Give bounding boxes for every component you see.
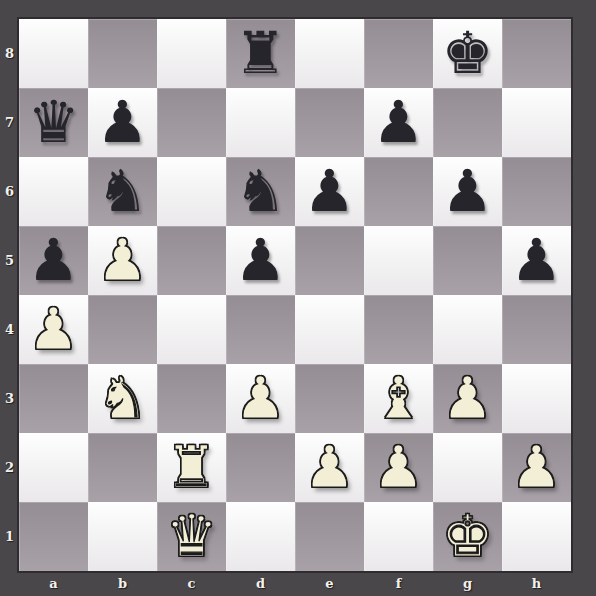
piece-white-pawn: ♟	[295, 433, 364, 502]
square-g3[interactable]: ♟	[433, 364, 502, 433]
piece-white-pawn: ♟	[19, 295, 88, 364]
square-h2[interactable]: ♟	[502, 433, 571, 502]
square-h7[interactable]	[502, 88, 571, 157]
piece-black-pawn: ♟	[295, 157, 364, 226]
square-h4[interactable]	[502, 295, 571, 364]
piece-white-bishop: ♝	[364, 364, 433, 433]
square-g7[interactable]	[433, 88, 502, 157]
square-d4[interactable]	[226, 295, 295, 364]
square-e1[interactable]	[295, 502, 364, 571]
square-g8[interactable]: ♚	[433, 19, 502, 88]
square-h3[interactable]	[502, 364, 571, 433]
rank-label-2: 2	[0, 433, 19, 502]
square-e4[interactable]	[295, 295, 364, 364]
square-a1[interactable]	[19, 502, 88, 571]
square-c4[interactable]	[157, 295, 226, 364]
square-a2[interactable]	[19, 433, 88, 502]
piece-black-queen: ♛	[19, 88, 88, 157]
square-b8[interactable]	[88, 19, 157, 88]
piece-white-pawn: ♟	[433, 364, 502, 433]
square-b5[interactable]: ♟	[88, 226, 157, 295]
square-a4[interactable]: ♟	[19, 295, 88, 364]
square-h5[interactable]: ♟	[502, 226, 571, 295]
square-e7[interactable]	[295, 88, 364, 157]
square-b1[interactable]	[88, 502, 157, 571]
square-c1[interactable]: ♛	[157, 502, 226, 571]
square-c7[interactable]	[157, 88, 226, 157]
square-f5[interactable]	[364, 226, 433, 295]
rank-label-7: 7	[0, 88, 19, 157]
piece-white-pawn: ♟	[88, 226, 157, 295]
square-c2[interactable]: ♜	[157, 433, 226, 502]
square-g1[interactable]: ♚	[433, 502, 502, 571]
square-f1[interactable]	[364, 502, 433, 571]
square-b3[interactable]: ♞	[88, 364, 157, 433]
square-f3[interactable]: ♝	[364, 364, 433, 433]
piece-black-pawn: ♟	[433, 157, 502, 226]
rank-label-6: 6	[0, 157, 19, 226]
square-e5[interactable]	[295, 226, 364, 295]
file-label-g: g	[433, 571, 502, 596]
square-f8[interactable]	[364, 19, 433, 88]
square-c3[interactable]	[157, 364, 226, 433]
square-h8[interactable]	[502, 19, 571, 88]
piece-white-king: ♚	[433, 502, 502, 571]
piece-white-pawn: ♟	[502, 433, 571, 502]
square-a5[interactable]: ♟	[19, 226, 88, 295]
square-c8[interactable]	[157, 19, 226, 88]
piece-black-pawn: ♟	[88, 88, 157, 157]
square-c6[interactable]	[157, 157, 226, 226]
piece-white-pawn: ♟	[226, 364, 295, 433]
square-e2[interactable]: ♟	[295, 433, 364, 502]
rank-label-5: 5	[0, 226, 19, 295]
square-d2[interactable]	[226, 433, 295, 502]
square-h6[interactable]	[502, 157, 571, 226]
chess-board-frame: 87654321 ♜♚♛♟♟♞♞♟♟♟♟♟♟♟♞♟♝♟♜♟♟♟♛♚ abcdef…	[0, 0, 596, 596]
piece-black-knight: ♞	[226, 157, 295, 226]
file-label-a: a	[19, 571, 88, 596]
chess-board: ♜♚♛♟♟♞♞♟♟♟♟♟♟♟♞♟♝♟♜♟♟♟♛♚	[19, 19, 571, 571]
square-a8[interactable]	[19, 19, 88, 88]
square-f2[interactable]: ♟	[364, 433, 433, 502]
square-a6[interactable]	[19, 157, 88, 226]
piece-black-pawn: ♟	[226, 226, 295, 295]
file-label-h: h	[502, 571, 571, 596]
square-e8[interactable]	[295, 19, 364, 88]
square-g4[interactable]	[433, 295, 502, 364]
piece-white-knight: ♞	[88, 364, 157, 433]
file-label-d: d	[226, 571, 295, 596]
square-a7[interactable]: ♛	[19, 88, 88, 157]
square-d5[interactable]: ♟	[226, 226, 295, 295]
square-c5[interactable]	[157, 226, 226, 295]
square-d3[interactable]: ♟	[226, 364, 295, 433]
square-d7[interactable]	[226, 88, 295, 157]
square-e3[interactable]	[295, 364, 364, 433]
square-d6[interactable]: ♞	[226, 157, 295, 226]
piece-black-king: ♚	[433, 19, 502, 88]
rank-labels: 87654321	[0, 19, 19, 571]
file-label-b: b	[88, 571, 157, 596]
file-labels: abcdefgh	[19, 571, 571, 596]
square-b2[interactable]	[88, 433, 157, 502]
piece-black-pawn: ♟	[364, 88, 433, 157]
square-f6[interactable]	[364, 157, 433, 226]
piece-white-pawn: ♟	[364, 433, 433, 502]
square-a3[interactable]	[19, 364, 88, 433]
square-b6[interactable]: ♞	[88, 157, 157, 226]
square-h1[interactable]	[502, 502, 571, 571]
rank-label-3: 3	[0, 364, 19, 433]
square-b7[interactable]: ♟	[88, 88, 157, 157]
file-label-f: f	[364, 571, 433, 596]
piece-white-rook: ♜	[157, 433, 226, 502]
piece-white-queen: ♛	[157, 502, 226, 571]
piece-black-rook: ♜	[226, 19, 295, 88]
piece-black-pawn: ♟	[19, 226, 88, 295]
rank-label-8: 8	[0, 19, 19, 88]
file-label-c: c	[157, 571, 226, 596]
rank-label-4: 4	[0, 295, 19, 364]
square-e6[interactable]: ♟	[295, 157, 364, 226]
square-g5[interactable]	[433, 226, 502, 295]
square-f7[interactable]: ♟	[364, 88, 433, 157]
square-d1[interactable]	[226, 502, 295, 571]
square-g6[interactable]: ♟	[433, 157, 502, 226]
square-g2[interactable]	[433, 433, 502, 502]
file-label-e: e	[295, 571, 364, 596]
square-d8[interactable]: ♜	[226, 19, 295, 88]
square-b4[interactable]	[88, 295, 157, 364]
piece-black-knight: ♞	[88, 157, 157, 226]
piece-black-pawn: ♟	[502, 226, 571, 295]
square-f4[interactable]	[364, 295, 433, 364]
rank-label-1: 1	[0, 502, 19, 571]
